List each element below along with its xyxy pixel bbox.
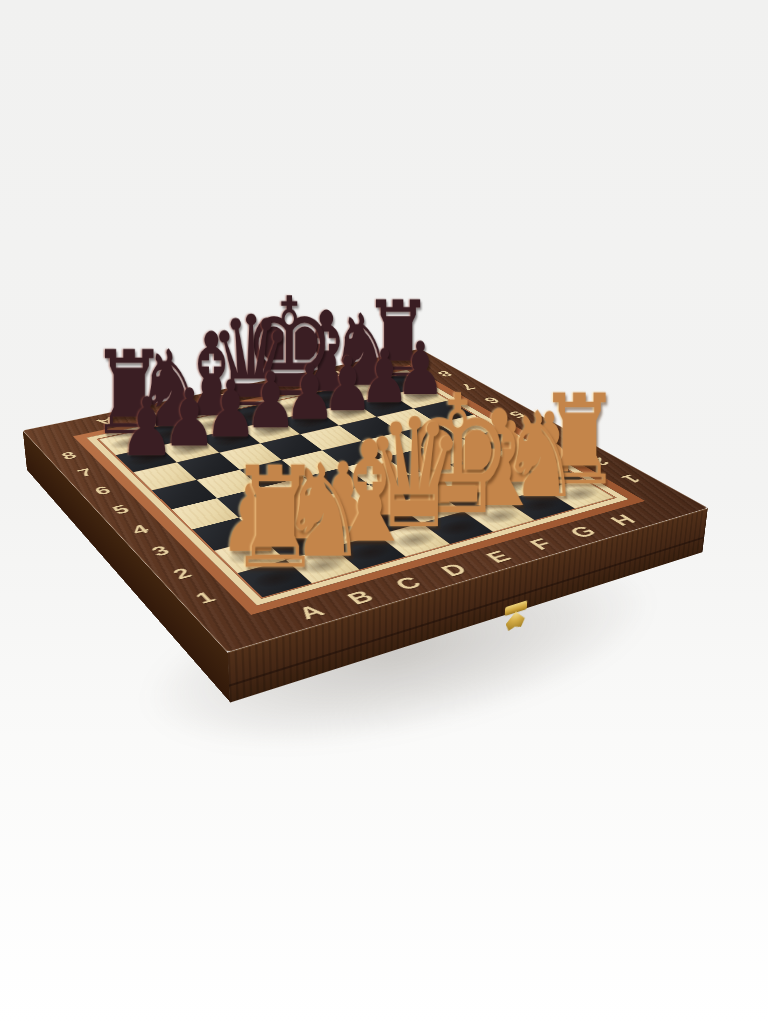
product-photo-scene: ABCDEFGH ABCDEFGH 87654321 87654321 ♜♞♝♛… [0,0,768,1024]
square-a7[interactable]: ♟ [116,446,177,472]
piece-light-rook[interactable]: ♜ [227,448,321,588]
square-a1[interactable]: ♜ [238,560,312,597]
piece-dark-pawn[interactable]: ♟ [119,387,173,468]
